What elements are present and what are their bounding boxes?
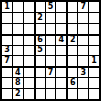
cell-r3c6[interactable] <box>56 24 66 34</box>
cell-r4c5[interactable] <box>46 35 56 45</box>
cell-r5c5[interactable] <box>46 46 56 56</box>
cell-r3c4[interactable] <box>35 24 45 34</box>
cell-r9c5[interactable] <box>46 89 56 99</box>
cell-r7c4[interactable] <box>35 67 45 77</box>
cell-r7c8: 3 <box>78 67 88 77</box>
cell-r2c9[interactable] <box>89 13 99 23</box>
cell-r9c2: 2 <box>13 89 23 99</box>
cell-r5c4: 5 <box>35 46 45 56</box>
cell-r7c9[interactable] <box>89 67 99 77</box>
cell-r5c3[interactable] <box>24 46 34 56</box>
cell-r8c6[interactable] <box>56 78 66 88</box>
cell-r4c7: 2 <box>67 35 77 45</box>
cell-r4c6: 4 <box>56 35 66 45</box>
cell-r3c5[interactable] <box>46 24 56 34</box>
sudoku-board: 15726423571473862 <box>0 0 101 101</box>
cell-r7c3[interactable] <box>24 67 34 77</box>
cell-r8c3[interactable] <box>24 78 34 88</box>
cell-r4c9[interactable] <box>89 35 99 45</box>
cell-r6c9: 1 <box>89 56 99 66</box>
cell-r8c7: 6 <box>67 78 77 88</box>
cell-r8c5[interactable] <box>46 78 56 88</box>
cell-r3c8[interactable] <box>78 24 88 34</box>
cell-r2c8[interactable] <box>78 13 88 23</box>
cell-r1c4[interactable] <box>35 2 45 12</box>
cell-r8c8[interactable] <box>78 78 88 88</box>
cell-r9c4[interactable] <box>35 89 45 99</box>
cell-r2c7[interactable] <box>67 13 77 23</box>
cell-r6c1: 7 <box>2 56 12 66</box>
cell-r6c7[interactable] <box>67 56 77 66</box>
cell-r3c7[interactable] <box>67 24 77 34</box>
cell-r4c8[interactable] <box>78 35 88 45</box>
cell-r9c3[interactable] <box>24 89 34 99</box>
cell-r4c1[interactable] <box>2 35 12 45</box>
cell-r1c2[interactable] <box>13 2 23 12</box>
cell-r2c5[interactable] <box>46 13 56 23</box>
cell-r6c2[interactable] <box>13 56 23 66</box>
cell-r5c2[interactable] <box>13 46 23 56</box>
cell-r5c8[interactable] <box>78 46 88 56</box>
cell-r1c9[interactable] <box>89 2 99 12</box>
cell-r5c7[interactable] <box>67 46 77 56</box>
cell-r3c2[interactable] <box>13 24 23 34</box>
cell-r9c7[interactable] <box>67 89 77 99</box>
cell-r1c5: 5 <box>46 2 56 12</box>
cell-r9c8[interactable] <box>78 89 88 99</box>
cell-r2c3[interactable] <box>24 13 34 23</box>
cell-r6c3[interactable] <box>24 56 34 66</box>
cell-r7c7[interactable] <box>67 67 77 77</box>
cell-r1c1: 1 <box>2 2 12 12</box>
cell-r7c2: 4 <box>13 67 23 77</box>
cell-r2c4: 2 <box>35 13 45 23</box>
cell-r6c5[interactable] <box>46 56 56 66</box>
cell-r5c6[interactable] <box>56 46 66 56</box>
cell-r9c9[interactable] <box>89 89 99 99</box>
cell-r5c1: 3 <box>2 46 12 56</box>
cell-r7c1[interactable] <box>2 67 12 77</box>
cell-r3c3[interactable] <box>24 24 34 34</box>
cell-r8c2: 8 <box>13 78 23 88</box>
cell-r8c9[interactable] <box>89 78 99 88</box>
cell-r4c3[interactable] <box>24 35 34 45</box>
cell-r1c7[interactable] <box>67 2 77 12</box>
cell-r1c8: 7 <box>78 2 88 12</box>
cell-r4c4: 6 <box>35 35 45 45</box>
cell-r3c9[interactable] <box>89 24 99 34</box>
cell-r8c1[interactable] <box>2 78 12 88</box>
cell-r6c8[interactable] <box>78 56 88 66</box>
cell-r5c9[interactable] <box>89 46 99 56</box>
cell-r9c6[interactable] <box>56 89 66 99</box>
cell-r9c1[interactable] <box>2 89 12 99</box>
cell-r7c6[interactable] <box>56 67 66 77</box>
cell-r7c5: 7 <box>46 67 56 77</box>
cell-r2c1[interactable] <box>2 13 12 23</box>
cell-r8c4[interactable] <box>35 78 45 88</box>
cell-r3c1[interactable] <box>2 24 12 34</box>
cell-r6c4[interactable] <box>35 56 45 66</box>
cell-r2c6[interactable] <box>56 13 66 23</box>
cell-r6c6[interactable] <box>56 56 66 66</box>
cell-r1c6[interactable] <box>56 2 66 12</box>
cell-r4c2[interactable] <box>13 35 23 45</box>
cell-r2c2[interactable] <box>13 13 23 23</box>
cell-r1c3[interactable] <box>24 2 34 12</box>
